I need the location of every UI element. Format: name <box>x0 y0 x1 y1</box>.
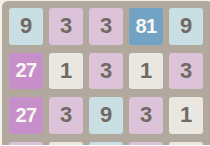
tile-r2c0: 27 <box>9 97 43 134</box>
tile-r3c4: 1 <box>169 142 203 146</box>
game-screen: 9 3 3 81 9 27 1 3 1 3 27 3 9 3 1 3 1 9 3… <box>0 0 210 145</box>
tile-r2c2: 9 <box>89 97 123 134</box>
tile-r2c1: 3 <box>49 97 83 134</box>
tile-r0c1: 3 <box>49 8 83 45</box>
tile-r3c2: 9 <box>89 142 123 146</box>
tile-r3c1: 1 <box>49 142 83 146</box>
tile-r0c3: 81 <box>129 8 163 45</box>
tile-r1c0: 27 <box>9 53 43 90</box>
tile-r1c1: 1 <box>49 53 83 90</box>
tile-r0c0: 9 <box>9 8 43 45</box>
tile-r3c0: 3 <box>9 142 43 146</box>
tile-r1c3: 1 <box>129 53 163 90</box>
tile-r1c4: 3 <box>169 53 203 90</box>
tile-grid: 9 3 3 81 9 27 1 3 1 3 27 3 9 3 1 3 1 9 3… <box>9 8 208 145</box>
tile-r2c3: 3 <box>129 97 163 134</box>
tile-r3c3: 3 <box>129 142 163 146</box>
puzzle-board[interactable]: 9 3 3 81 9 27 1 3 1 3 27 3 9 3 1 3 1 9 3… <box>2 1 210 145</box>
tile-r1c2: 3 <box>89 53 123 90</box>
tile-r0c4: 9 <box>169 8 203 45</box>
tile-r2c4: 1 <box>169 97 203 134</box>
tile-r0c2: 3 <box>89 8 123 45</box>
